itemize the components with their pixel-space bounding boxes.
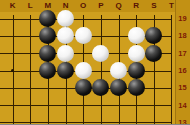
white-stone-R17[interactable] [128,45,145,62]
column-label-L: L [24,1,36,11]
black-stone-O15[interactable] [75,79,92,96]
white-stone-O16[interactable] [75,62,92,79]
black-stone-S17[interactable] [145,45,162,62]
row-label-17: 17 [176,49,189,58]
black-stone-R15[interactable] [128,79,145,96]
column-label-R: R [130,1,142,11]
grid-line-column-L [30,15,31,125]
grid-line-row-14 [0,105,172,106]
grid-line-row-13 [0,122,172,123]
row-label-16: 16 [176,66,189,75]
black-stone-M16[interactable] [39,62,56,79]
white-stone-N17[interactable] [57,45,74,62]
white-stone-R18[interactable] [128,27,145,44]
grid-line-row-19 [0,19,172,20]
star-point-K16 [11,69,14,72]
row-label-18: 18 [176,31,189,40]
column-label-O: O [77,1,89,11]
column-label-T: T [165,1,177,11]
black-stone-R16[interactable] [128,62,145,79]
row-label-13: 13 [176,118,189,124]
white-stone-Q16[interactable] [110,62,127,79]
column-label-K: K [7,1,19,11]
white-stone-O18[interactable] [75,27,92,44]
black-stone-M18[interactable] [39,27,56,44]
black-stone-M19[interactable] [39,10,56,27]
row-label-15: 15 [176,83,189,92]
black-stone-P15[interactable] [92,79,109,96]
column-label-P: P [95,1,107,11]
row-label-14: 14 [176,101,189,110]
white-stone-P17[interactable] [92,45,109,62]
black-stone-S18[interactable] [145,27,162,44]
grid-line-column-P [101,15,102,125]
black-stone-N16[interactable] [57,62,74,79]
white-stone-N19[interactable] [57,10,74,27]
black-stone-Q15[interactable] [110,79,127,96]
white-stone-N18[interactable] [57,27,74,44]
row-label-19: 19 [176,14,189,23]
black-stone-M17[interactable] [39,45,56,62]
column-label-S: S [148,1,160,11]
column-label-Q: Q [113,1,125,11]
go-board-screen: KLMNOPQRST19181716151413 [0,0,190,124]
grid-line-column-T [171,15,172,125]
